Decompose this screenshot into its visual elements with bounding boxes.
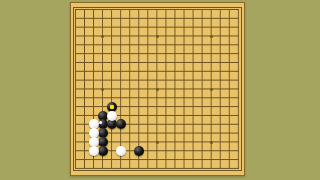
white-stone [107, 111, 117, 121]
black-stone [98, 146, 108, 156]
star-point [210, 141, 213, 144]
star-point [101, 35, 104, 38]
star-point [101, 88, 104, 91]
star-point [156, 88, 159, 91]
star-point [156, 35, 159, 38]
board-grid [75, 9, 239, 169]
stone-highlight-marker [99, 121, 102, 124]
star-point [210, 35, 213, 38]
black-stone [116, 119, 126, 129]
white-stone [89, 146, 99, 156]
black-stone [134, 146, 144, 156]
last-move-marker [110, 105, 114, 109]
white-stone [116, 146, 126, 156]
star-point [156, 141, 159, 144]
star-point [210, 88, 213, 91]
video-frame [0, 0, 320, 180]
go-board[interactable] [70, 2, 245, 176]
